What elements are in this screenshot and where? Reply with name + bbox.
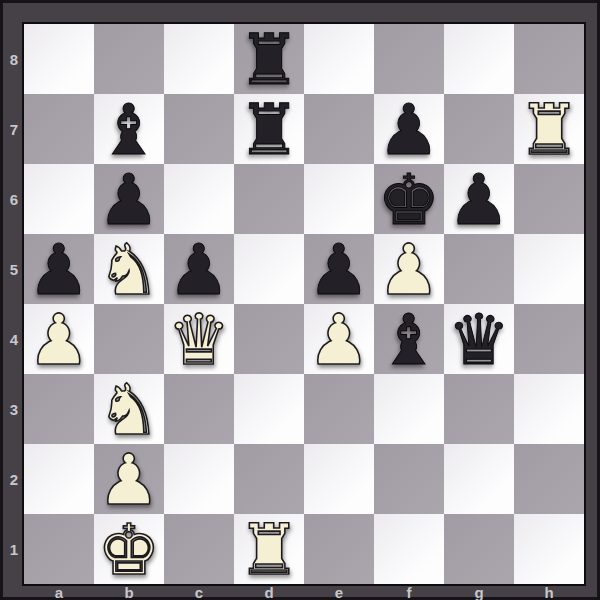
square-c3[interactable] bbox=[164, 374, 234, 444]
square-b8[interactable] bbox=[94, 24, 164, 94]
piece-black-pawn[interactable]: ♟ bbox=[374, 95, 444, 165]
piece-black-king[interactable]: ♚ bbox=[374, 165, 444, 235]
piece-black-rook[interactable]: ♜ bbox=[234, 25, 304, 95]
rank-label-5: 5 bbox=[6, 234, 22, 304]
rank-label-4: 4 bbox=[6, 304, 22, 374]
square-f4[interactable]: ♝ bbox=[374, 304, 444, 374]
square-h5[interactable] bbox=[514, 234, 584, 304]
square-b2[interactable]: ♟ bbox=[94, 444, 164, 514]
rank-label-7: 7 bbox=[6, 94, 22, 164]
square-e7[interactable] bbox=[304, 94, 374, 164]
piece-white-knight[interactable]: ♞ bbox=[94, 375, 164, 445]
square-c7[interactable] bbox=[164, 94, 234, 164]
square-f3[interactable] bbox=[374, 374, 444, 444]
square-f7[interactable]: ♟ bbox=[374, 94, 444, 164]
piece-white-king[interactable]: ♚ bbox=[94, 515, 164, 585]
square-g8[interactable] bbox=[444, 24, 514, 94]
square-f6[interactable]: ♚ bbox=[374, 164, 444, 234]
rank-label-3: 3 bbox=[6, 374, 22, 444]
square-d4[interactable] bbox=[234, 304, 304, 374]
square-f8[interactable] bbox=[374, 24, 444, 94]
piece-black-queen[interactable]: ♛ bbox=[444, 305, 514, 375]
square-b6[interactable]: ♟ bbox=[94, 164, 164, 234]
square-g2[interactable] bbox=[444, 444, 514, 514]
chess-board-frame: 87654321 ♜♝♜♟♜♟♚♟♟♞♟♟♟♟♛♟♝♛♞♟♚♜ abcdefgh bbox=[0, 0, 600, 600]
piece-white-rook[interactable]: ♜ bbox=[514, 95, 584, 165]
file-label-h: h bbox=[514, 584, 584, 600]
rank-label-2: 2 bbox=[6, 444, 22, 514]
square-a2[interactable] bbox=[24, 444, 94, 514]
square-e6[interactable] bbox=[304, 164, 374, 234]
square-g4[interactable]: ♛ bbox=[444, 304, 514, 374]
rank-label-6: 6 bbox=[6, 164, 22, 234]
square-d1[interactable]: ♜ bbox=[234, 514, 304, 584]
square-b7[interactable]: ♝ bbox=[94, 94, 164, 164]
square-g5[interactable] bbox=[444, 234, 514, 304]
square-a6[interactable] bbox=[24, 164, 94, 234]
rank-label-8: 8 bbox=[6, 24, 22, 94]
square-d7[interactable]: ♜ bbox=[234, 94, 304, 164]
square-c2[interactable] bbox=[164, 444, 234, 514]
square-c6[interactable] bbox=[164, 164, 234, 234]
square-e5[interactable]: ♟ bbox=[304, 234, 374, 304]
piece-black-pawn[interactable]: ♟ bbox=[444, 165, 514, 235]
square-g3[interactable] bbox=[444, 374, 514, 444]
square-a1[interactable] bbox=[24, 514, 94, 584]
square-f1[interactable] bbox=[374, 514, 444, 584]
piece-black-rook[interactable]: ♜ bbox=[234, 95, 304, 165]
square-a7[interactable] bbox=[24, 94, 94, 164]
square-h3[interactable] bbox=[514, 374, 584, 444]
square-a8[interactable] bbox=[24, 24, 94, 94]
piece-black-pawn[interactable]: ♟ bbox=[304, 235, 374, 305]
square-a3[interactable] bbox=[24, 374, 94, 444]
file-label-c: c bbox=[164, 584, 234, 600]
file-labels: abcdefgh bbox=[24, 584, 584, 600]
square-g1[interactable] bbox=[444, 514, 514, 584]
square-h7[interactable]: ♜ bbox=[514, 94, 584, 164]
square-h8[interactable] bbox=[514, 24, 584, 94]
square-d6[interactable] bbox=[234, 164, 304, 234]
square-a5[interactable]: ♟ bbox=[24, 234, 94, 304]
square-e4[interactable]: ♟ bbox=[304, 304, 374, 374]
file-label-f: f bbox=[374, 584, 444, 600]
piece-white-pawn[interactable]: ♟ bbox=[94, 445, 164, 515]
piece-black-pawn[interactable]: ♟ bbox=[24, 235, 94, 305]
piece-white-pawn[interactable]: ♟ bbox=[24, 305, 94, 375]
square-d3[interactable] bbox=[234, 374, 304, 444]
square-g6[interactable]: ♟ bbox=[444, 164, 514, 234]
piece-black-pawn[interactable]: ♟ bbox=[164, 235, 234, 305]
square-c1[interactable] bbox=[164, 514, 234, 584]
square-c4[interactable]: ♛ bbox=[164, 304, 234, 374]
file-label-d: d bbox=[234, 584, 304, 600]
square-f5[interactable]: ♟ bbox=[374, 234, 444, 304]
square-c5[interactable]: ♟ bbox=[164, 234, 234, 304]
piece-white-queen[interactable]: ♛ bbox=[164, 305, 234, 375]
square-e8[interactable] bbox=[304, 24, 374, 94]
square-b5[interactable]: ♞ bbox=[94, 234, 164, 304]
square-d8[interactable]: ♜ bbox=[234, 24, 304, 94]
square-h2[interactable] bbox=[514, 444, 584, 514]
rank-label-1: 1 bbox=[6, 514, 22, 584]
square-g7[interactable] bbox=[444, 94, 514, 164]
piece-black-bishop[interactable]: ♝ bbox=[94, 95, 164, 165]
square-d5[interactable] bbox=[234, 234, 304, 304]
square-d2[interactable] bbox=[234, 444, 304, 514]
square-e2[interactable] bbox=[304, 444, 374, 514]
square-b3[interactable]: ♞ bbox=[94, 374, 164, 444]
square-b1[interactable]: ♚ bbox=[94, 514, 164, 584]
square-a4[interactable]: ♟ bbox=[24, 304, 94, 374]
square-f2[interactable] bbox=[374, 444, 444, 514]
file-label-g: g bbox=[444, 584, 514, 600]
piece-white-pawn[interactable]: ♟ bbox=[304, 305, 374, 375]
file-label-e: e bbox=[304, 584, 374, 600]
piece-white-pawn[interactable]: ♟ bbox=[374, 235, 444, 305]
piece-black-bishop[interactable]: ♝ bbox=[374, 305, 444, 375]
square-c8[interactable] bbox=[164, 24, 234, 94]
square-h4[interactable] bbox=[514, 304, 584, 374]
chess-board[interactable]: ♜♝♜♟♜♟♚♟♟♞♟♟♟♟♛♟♝♛♞♟♚♜ bbox=[22, 22, 586, 586]
piece-white-rook[interactable]: ♜ bbox=[234, 515, 304, 585]
square-h6[interactable] bbox=[514, 164, 584, 234]
square-e3[interactable] bbox=[304, 374, 374, 444]
piece-black-pawn[interactable]: ♟ bbox=[94, 165, 164, 235]
file-label-a: a bbox=[24, 584, 94, 600]
square-b4[interactable] bbox=[94, 304, 164, 374]
file-label-b: b bbox=[94, 584, 164, 600]
piece-white-knight[interactable]: ♞ bbox=[94, 235, 164, 305]
square-e1[interactable] bbox=[304, 514, 374, 584]
rank-labels: 87654321 bbox=[6, 24, 22, 584]
square-h1[interactable] bbox=[514, 514, 584, 584]
